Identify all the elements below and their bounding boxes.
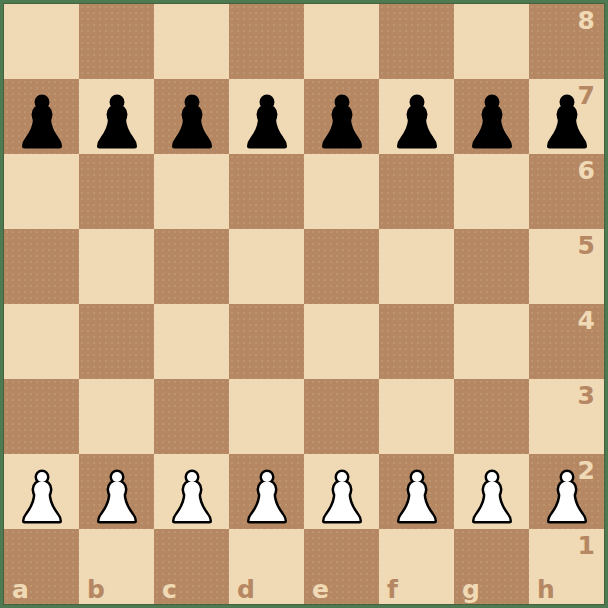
- square-h1[interactable]: 1h: [529, 529, 604, 604]
- square-b4[interactable]: [79, 304, 154, 379]
- square-a6[interactable]: [4, 154, 79, 229]
- square-h8[interactable]: 8: [529, 4, 604, 79]
- white-pawn-a2[interactable]: [20, 469, 64, 529]
- rank-label-8: 8: [578, 8, 595, 33]
- white-pawn-b2[interactable]: [95, 469, 139, 529]
- file-label-b: b: [87, 577, 105, 602]
- square-f4[interactable]: [379, 304, 454, 379]
- square-e2[interactable]: [304, 454, 379, 529]
- square-e3[interactable]: [304, 379, 379, 454]
- square-h6[interactable]: 6: [529, 154, 604, 229]
- black-pawn-g7[interactable]: [470, 94, 514, 154]
- square-h3[interactable]: 3: [529, 379, 604, 454]
- square-d7[interactable]: [229, 79, 304, 154]
- file-label-a: a: [12, 577, 29, 602]
- square-c8[interactable]: [154, 4, 229, 79]
- file-label-d: d: [237, 577, 255, 602]
- square-b6[interactable]: [79, 154, 154, 229]
- square-e8[interactable]: [304, 4, 379, 79]
- black-pawn-icon: [170, 94, 214, 149]
- square-d5[interactable]: [229, 229, 304, 304]
- chess-board-frame: 8765432abcdefg1h: [0, 0, 608, 608]
- square-c6[interactable]: [154, 154, 229, 229]
- black-pawn-icon: [395, 94, 439, 149]
- black-pawn-icon: [545, 94, 589, 149]
- black-pawn-icon: [245, 94, 289, 149]
- black-pawn-icon: [320, 94, 364, 149]
- square-d2[interactable]: [229, 454, 304, 529]
- black-pawn-e7[interactable]: [320, 94, 364, 154]
- square-a2[interactable]: [4, 454, 79, 529]
- square-c1[interactable]: c: [154, 529, 229, 604]
- square-g5[interactable]: [454, 229, 529, 304]
- square-c7[interactable]: [154, 79, 229, 154]
- rank-label-4: 4: [578, 308, 595, 333]
- white-pawn-icon: [320, 469, 364, 524]
- chess-board: 8765432abcdefg1h: [4, 4, 604, 604]
- square-d3[interactable]: [229, 379, 304, 454]
- square-a5[interactable]: [4, 229, 79, 304]
- rank-label-5: 5: [578, 233, 595, 258]
- black-pawn-icon: [20, 94, 64, 149]
- file-label-h: h: [537, 577, 555, 602]
- square-a7[interactable]: [4, 79, 79, 154]
- file-label-f: f: [387, 577, 398, 602]
- white-pawn-icon: [245, 469, 289, 524]
- white-pawn-icon: [170, 469, 214, 524]
- square-a1[interactable]: a: [4, 529, 79, 604]
- square-d8[interactable]: [229, 4, 304, 79]
- square-c2[interactable]: [154, 454, 229, 529]
- white-pawn-c2[interactable]: [170, 469, 214, 529]
- rank-label-1: 1: [578, 533, 595, 558]
- white-pawn-icon: [470, 469, 514, 524]
- rank-label-6: 6: [578, 158, 595, 183]
- black-pawn-a7[interactable]: [20, 94, 64, 154]
- square-g6[interactable]: [454, 154, 529, 229]
- square-f3[interactable]: [379, 379, 454, 454]
- square-e4[interactable]: [304, 304, 379, 379]
- square-b5[interactable]: [79, 229, 154, 304]
- square-e1[interactable]: e: [304, 529, 379, 604]
- white-pawn-icon: [545, 469, 589, 524]
- white-pawn-d2[interactable]: [245, 469, 289, 529]
- square-a3[interactable]: [4, 379, 79, 454]
- square-b2[interactable]: [79, 454, 154, 529]
- black-pawn-f7[interactable]: [395, 94, 439, 154]
- square-f6[interactable]: [379, 154, 454, 229]
- square-h5[interactable]: 5: [529, 229, 604, 304]
- square-e7[interactable]: [304, 79, 379, 154]
- square-g3[interactable]: [454, 379, 529, 454]
- square-b1[interactable]: b: [79, 529, 154, 604]
- square-b8[interactable]: [79, 4, 154, 79]
- square-a4[interactable]: [4, 304, 79, 379]
- square-d4[interactable]: [229, 304, 304, 379]
- square-c3[interactable]: [154, 379, 229, 454]
- square-g7[interactable]: [454, 79, 529, 154]
- square-g2[interactable]: [454, 454, 529, 529]
- square-a8[interactable]: [4, 4, 79, 79]
- square-e6[interactable]: [304, 154, 379, 229]
- square-g8[interactable]: [454, 4, 529, 79]
- white-pawn-icon: [395, 469, 439, 524]
- black-pawn-b7[interactable]: [95, 94, 139, 154]
- square-d1[interactable]: d: [229, 529, 304, 604]
- file-label-g: g: [462, 577, 480, 602]
- square-f1[interactable]: f: [379, 529, 454, 604]
- black-pawn-h7[interactable]: [545, 94, 589, 154]
- square-h2[interactable]: 2: [529, 454, 604, 529]
- square-g4[interactable]: [454, 304, 529, 379]
- white-pawn-icon: [95, 469, 139, 524]
- square-f7[interactable]: [379, 79, 454, 154]
- square-b3[interactable]: [79, 379, 154, 454]
- square-e5[interactable]: [304, 229, 379, 304]
- square-c5[interactable]: [154, 229, 229, 304]
- square-d6[interactable]: [229, 154, 304, 229]
- file-label-e: e: [312, 577, 329, 602]
- square-f5[interactable]: [379, 229, 454, 304]
- square-h7[interactable]: 7: [529, 79, 604, 154]
- white-pawn-icon: [20, 469, 64, 524]
- black-pawn-c7[interactable]: [170, 94, 214, 154]
- rank-label-3: 3: [578, 383, 595, 408]
- white-pawn-h2[interactable]: [545, 469, 589, 529]
- square-c4[interactable]: [154, 304, 229, 379]
- square-h4[interactable]: 4: [529, 304, 604, 379]
- square-f8[interactable]: [379, 4, 454, 79]
- file-label-c: c: [162, 577, 177, 602]
- black-pawn-d7[interactable]: [245, 94, 289, 154]
- white-pawn-f2[interactable]: [395, 469, 439, 529]
- white-pawn-g2[interactable]: [470, 469, 514, 529]
- square-f2[interactable]: [379, 454, 454, 529]
- square-g1[interactable]: g: [454, 529, 529, 604]
- square-b7[interactable]: [79, 79, 154, 154]
- black-pawn-icon: [95, 94, 139, 149]
- black-pawn-icon: [470, 94, 514, 149]
- white-pawn-e2[interactable]: [320, 469, 364, 529]
